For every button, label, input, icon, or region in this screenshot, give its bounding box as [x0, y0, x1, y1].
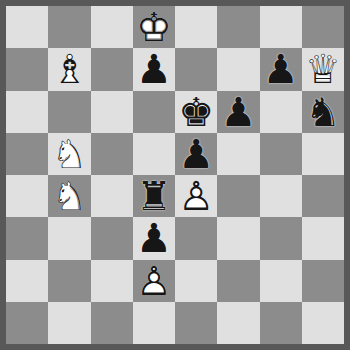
square-f1[interactable] [217, 302, 259, 344]
white-knight: ♘ [51, 134, 87, 174]
square-b2[interactable] [48, 260, 90, 302]
square-a1[interactable] [6, 302, 48, 344]
square-g3[interactable] [260, 217, 302, 259]
square-g2[interactable] [260, 260, 302, 302]
black-king: ♚ [178, 92, 214, 132]
square-c8[interactable] [91, 6, 133, 48]
square-c1[interactable] [91, 302, 133, 344]
square-f5[interactable] [217, 133, 259, 175]
square-h5[interactable] [302, 133, 344, 175]
square-d6[interactable] [133, 91, 175, 133]
square-h1[interactable] [302, 302, 344, 344]
white-queen: ♕ [305, 49, 341, 89]
square-e8[interactable] [175, 6, 217, 48]
square-a8[interactable] [6, 6, 48, 48]
square-g1[interactable] [260, 302, 302, 344]
square-f6[interactable]: ♟ [217, 91, 259, 133]
square-g4[interactable] [260, 175, 302, 217]
square-a2[interactable] [6, 260, 48, 302]
square-c7[interactable] [91, 48, 133, 90]
square-h2[interactable] [302, 260, 344, 302]
square-h3[interactable] [302, 217, 344, 259]
square-d8[interactable]: ♔ [133, 6, 175, 48]
square-a6[interactable] [6, 91, 48, 133]
white-knight: ♘ [51, 176, 87, 216]
square-f7[interactable] [217, 48, 259, 90]
square-d5[interactable] [133, 133, 175, 175]
square-c3[interactable] [91, 217, 133, 259]
square-d2[interactable]: ♙ [133, 260, 175, 302]
square-h7[interactable]: ♕ [302, 48, 344, 90]
square-b7[interactable]: ♗ [48, 48, 90, 90]
square-b1[interactable] [48, 302, 90, 344]
square-g7[interactable]: ♟ [260, 48, 302, 90]
square-b6[interactable] [48, 91, 90, 133]
square-d7[interactable]: ♟ [133, 48, 175, 90]
white-bishop: ♗ [51, 49, 87, 89]
square-e4[interactable]: ♙ [175, 175, 217, 217]
square-e3[interactable] [175, 217, 217, 259]
square-f2[interactable] [217, 260, 259, 302]
square-b5[interactable]: ♘ [48, 133, 90, 175]
square-g5[interactable] [260, 133, 302, 175]
square-a7[interactable] [6, 48, 48, 90]
square-e2[interactable] [175, 260, 217, 302]
square-e5[interactable]: ♟ [175, 133, 217, 175]
square-g6[interactable] [260, 91, 302, 133]
square-c6[interactable] [91, 91, 133, 133]
square-h4[interactable] [302, 175, 344, 217]
white-king: ♔ [136, 7, 172, 47]
black-knight: ♞ [305, 92, 341, 132]
chess-board: ♔♗♟♟♕♚♟♞♘♟♘♜♙♟♙ [6, 6, 344, 344]
square-c4[interactable] [91, 175, 133, 217]
square-f3[interactable] [217, 217, 259, 259]
square-d4[interactable]: ♜ [133, 175, 175, 217]
black-pawn: ♟ [136, 218, 172, 258]
square-e7[interactable] [175, 48, 217, 90]
square-c5[interactable] [91, 133, 133, 175]
square-g8[interactable] [260, 6, 302, 48]
square-e6[interactable]: ♚ [175, 91, 217, 133]
chess-board-frame: ♔♗♟♟♕♚♟♞♘♟♘♜♙♟♙ [0, 0, 350, 350]
black-pawn: ♟ [136, 49, 172, 89]
square-a5[interactable] [6, 133, 48, 175]
square-e1[interactable] [175, 302, 217, 344]
square-h6[interactable]: ♞ [302, 91, 344, 133]
white-pawn: ♙ [136, 261, 172, 301]
black-pawn: ♟ [178, 134, 214, 174]
square-a3[interactable] [6, 217, 48, 259]
square-d1[interactable] [133, 302, 175, 344]
black-rook: ♜ [136, 176, 172, 216]
black-pawn: ♟ [220, 92, 256, 132]
square-h8[interactable] [302, 6, 344, 48]
square-b4[interactable]: ♘ [48, 175, 90, 217]
square-a4[interactable] [6, 175, 48, 217]
square-f8[interactable] [217, 6, 259, 48]
square-c2[interactable] [91, 260, 133, 302]
white-pawn: ♙ [178, 176, 214, 216]
square-b3[interactable] [48, 217, 90, 259]
black-pawn: ♟ [263, 49, 299, 89]
square-b8[interactable] [48, 6, 90, 48]
square-d3[interactable]: ♟ [133, 217, 175, 259]
square-f4[interactable] [217, 175, 259, 217]
